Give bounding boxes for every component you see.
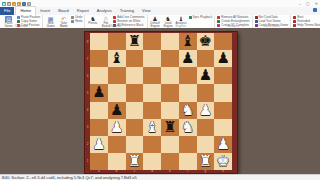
- white-pawn-b3[interactable]: ♟: [110, 120, 123, 135]
- square-b7[interactable]: ♝: [108, 50, 126, 67]
- quick-access-toolbar: ▦▤◂▸♘▾: [2, 2, 31, 6]
- white-pawn-a2[interactable]: ♟: [92, 137, 105, 152]
- redo-icon: [71, 20, 74, 23]
- square-f7[interactable]: ♟: [179, 50, 197, 67]
- square-h2[interactable]: ♟: [214, 136, 232, 153]
- window-controls: – ▢ ✕: [299, 0, 318, 7]
- forward-icon[interactable]: ▸: [17, 2, 21, 6]
- white-bishop-d3[interactable]: ♝: [145, 120, 158, 135]
- undo-icon: [71, 16, 74, 19]
- tab-view[interactable]: View: [138, 7, 155, 15]
- square-f8[interactable]: ♝: [179, 33, 197, 50]
- square-d1[interactable]: [143, 153, 161, 170]
- tab-training[interactable]: Training: [116, 7, 138, 15]
- square-a2[interactable]: ♟: [90, 136, 108, 153]
- remove-all-notation-icon: [217, 16, 220, 19]
- ribbon-group-game: ▦New Game↶Take BackUndoRedoGame: [43, 15, 85, 28]
- square-c8[interactable]: ♜: [126, 33, 144, 50]
- square-g5[interactable]: [197, 84, 215, 101]
- best-icon: [293, 16, 296, 19]
- button-label: Help Theme Notation: [297, 24, 320, 27]
- square-a7[interactable]: [90, 50, 108, 67]
- square-f3[interactable]: ♞: [179, 119, 197, 136]
- square-f5[interactable]: [179, 84, 197, 101]
- pieces-button[interactable]: ♞Pieces: [87, 16, 98, 25]
- paste-position-icon: [17, 16, 20, 19]
- ribbon: ▤Paste GamePaste PositionCopy GameCopy P…: [0, 15, 320, 29]
- black-bishop-b7[interactable]: ♝: [110, 51, 123, 66]
- square-e7[interactable]: [161, 50, 179, 67]
- sync-playback-icon: [189, 16, 192, 19]
- ribbon-group-misc: BestExtendedHelp Theme Notation: [291, 15, 320, 28]
- square-h4[interactable]: [214, 102, 232, 119]
- square-e3[interactable]: ♜: [161, 119, 179, 136]
- tab-analysis[interactable]: Analysis: [93, 7, 116, 15]
- back-icon[interactable]: ◂: [12, 2, 16, 6]
- button-stack: BestExtendedHelp Theme Notation: [293, 16, 320, 27]
- square-g2[interactable]: [197, 136, 215, 153]
- square-h8[interactable]: [214, 33, 232, 50]
- main-area: 87654321 abcdefgh ♜♝♚♝♟♟♟♟♟♞♟♟♝♜♞♟♟♜♜♚: [0, 28, 320, 174]
- square-f1[interactable]: [179, 153, 197, 170]
- board-icon[interactable]: ♘: [22, 2, 26, 6]
- square-a6[interactable]: [90, 67, 108, 84]
- tab-board[interactable]: Board: [54, 7, 73, 15]
- button-stack: Sync Playback: [189, 16, 213, 19]
- square-d7[interactable]: [143, 50, 161, 67]
- square-c7[interactable]: [126, 50, 144, 67]
- square-c1[interactable]: ♜: [126, 153, 144, 170]
- white-knight-f3[interactable]: ♞: [181, 120, 194, 135]
- square-f6[interactable]: [179, 67, 197, 84]
- black-bishop-f8[interactable]: ♝: [181, 34, 194, 49]
- help-theme-notation-button[interactable]: Help Theme Notation: [293, 24, 320, 27]
- status-bar: B40: Sicilian: 2...e6 3.d4 cxd4, includi…: [0, 174, 320, 180]
- white-pawn-g4[interactable]: ♟: [199, 103, 212, 118]
- button-stack: UndoRedo: [71, 16, 82, 23]
- close-button[interactable]: ✕: [315, 0, 318, 7]
- black-pawn-b4[interactable]: ♟: [110, 103, 123, 118]
- square-c6[interactable]: [126, 67, 144, 84]
- square-b5[interactable]: [108, 84, 126, 101]
- redo-button[interactable]: Redo: [71, 20, 82, 23]
- square-d6[interactable]: [143, 67, 161, 84]
- tab-home[interactable]: Home: [15, 6, 36, 15]
- ribbon-group-analysis: Remove All NotationCreate EntanglementCr…: [215, 15, 252, 28]
- maximize-button[interactable]: ▢: [306, 0, 310, 7]
- ribbon-group-clipboard: ▤Paste GamePaste PositionCopy GameCopy P…: [0, 15, 43, 28]
- black-king-g8[interactable]: ♚: [199, 34, 212, 49]
- white-rook-g1[interactable]: ♜: [199, 154, 212, 169]
- square-h6[interactable]: [214, 67, 232, 84]
- dropdown-icon[interactable]: ▾: [27, 2, 31, 6]
- square-e5[interactable]: [161, 84, 179, 101]
- help-theme-notation-icon: [293, 24, 296, 27]
- white-rook-c1[interactable]: ♜: [128, 154, 141, 169]
- square-a4[interactable]: [90, 102, 108, 119]
- square-e1[interactable]: [161, 153, 179, 170]
- tab-insert[interactable]: Insert: [36, 7, 54, 15]
- black-pawn-g6[interactable]: ♟: [199, 68, 212, 83]
- minimize-button[interactable]: –: [299, 0, 301, 7]
- square-g8[interactable]: ♚: [197, 33, 215, 50]
- square-g1[interactable]: ♜: [197, 153, 215, 170]
- square-c3[interactable]: [126, 119, 144, 136]
- black-pawn-a5[interactable]: ♟: [92, 85, 105, 100]
- button-label: Redo: [75, 20, 82, 23]
- square-f4[interactable]: ♞: [179, 102, 197, 119]
- square-c2[interactable]: [126, 136, 144, 153]
- tab-file[interactable]: File: [0, 7, 14, 15]
- square-g4[interactable]: ♟: [197, 102, 215, 119]
- beamer-on-white-icon: [113, 20, 116, 23]
- square-d4[interactable]: [143, 102, 161, 119]
- square-g6[interactable]: ♟: [197, 67, 215, 84]
- square-a3[interactable]: [90, 119, 108, 136]
- chess-board-frame: 87654321 abcdefgh ♜♝♚♝♟♟♟♟♟♞♟♟♝♜♞♟♟♜♜♚: [84, 31, 238, 174]
- status-text: B40: Sicilian: 2...e6 3.d4 cxd4, includi…: [0, 175, 320, 180]
- app-icon[interactable]: ▦: [2, 2, 6, 6]
- ribbon-group-notation: ♞Pieces♘Flip BoardAdd Line CommentsBeame…: [85, 15, 147, 28]
- load-test-game-icon: [255, 20, 258, 23]
- square-e8[interactable]: [161, 33, 179, 50]
- square-e2[interactable]: [161, 136, 179, 153]
- square-d5[interactable]: [143, 84, 161, 101]
- square-d8[interactable]: [143, 33, 161, 50]
- square-a1[interactable]: [90, 153, 108, 170]
- tab-report[interactable]: Report: [73, 7, 93, 15]
- square-h1[interactable]: ♚: [214, 153, 232, 170]
- black-rook-c8[interactable]: ♜: [128, 34, 141, 49]
- create-entanglement-icon: [217, 20, 220, 23]
- square-b2[interactable]: [108, 136, 126, 153]
- ribbon-tab-row: FileHomeInsertBoardReportAnalysisTrainin…: [0, 7, 320, 15]
- square-g3[interactable]: [197, 119, 215, 136]
- square-e6[interactable]: [161, 67, 179, 84]
- save-icon[interactable]: ▤: [7, 2, 11, 6]
- ribbon-group-game-menu: Net Card DataLoad Test GameCoach Remove …: [253, 15, 292, 28]
- square-h3[interactable]: [214, 119, 232, 136]
- black-rook-e3[interactable]: ♜: [163, 120, 176, 135]
- black-pawn-f7[interactable]: ♟: [181, 51, 194, 66]
- net-card-data-icon: [255, 16, 258, 19]
- square-b6[interactable]: [108, 67, 126, 84]
- square-b8[interactable]: [108, 33, 126, 50]
- square-a5[interactable]: ♟: [90, 84, 108, 101]
- square-b4[interactable]: ♟: [108, 102, 126, 119]
- square-a8[interactable]: [90, 33, 108, 50]
- black-pawn-h7[interactable]: ♟: [216, 51, 229, 66]
- square-g7[interactable]: [197, 50, 215, 67]
- extended-icon: [293, 20, 296, 23]
- square-e4[interactable]: [161, 102, 179, 119]
- square-d3[interactable]: ♝: [143, 119, 161, 136]
- white-pawn-h2[interactable]: ♟: [216, 137, 229, 152]
- square-c5[interactable]: [126, 84, 144, 101]
- add-line-comments-icon: [113, 16, 116, 19]
- square-h5[interactable]: [214, 84, 232, 101]
- square-h7[interactable]: ♟: [214, 50, 232, 67]
- ribbon-options-icon[interactable]: [313, 8, 317, 12]
- chess-board[interactable]: ♜♝♚♝♟♟♟♟♟♞♟♟♝♜♞♟♟♜♜♚: [90, 33, 232, 170]
- square-b3[interactable]: ♟: [108, 119, 126, 136]
- ribbon-group-engines: ♟Default Engine♞Load Engine♝AnalysisSync…: [148, 15, 216, 28]
- square-b1[interactable]: [108, 153, 126, 170]
- square-d2[interactable]: [143, 136, 161, 153]
- square-c4[interactable]: [126, 102, 144, 119]
- copy-game-icon: [17, 20, 20, 23]
- white-knight-f4[interactable]: ♞: [181, 103, 194, 118]
- button-label: Sync Playback: [193, 16, 213, 19]
- square-f2[interactable]: [179, 136, 197, 153]
- white-king-h1[interactable]: ♚: [216, 154, 229, 169]
- sync-playback-button[interactable]: Sync Playback: [189, 16, 213, 19]
